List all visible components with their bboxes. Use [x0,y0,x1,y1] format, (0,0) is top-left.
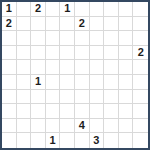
empty-cell-r8c9[interactable] [133,119,148,134]
empty-cell-r9c7[interactable] [104,133,119,148]
empty-cell-r6c2[interactable] [31,90,46,105]
empty-cell-r4c2[interactable] [31,60,46,75]
empty-cell-r2c9[interactable] [133,31,148,46]
empty-cell-r8c2[interactable] [31,119,46,134]
empty-cell-r7c6[interactable] [90,104,105,119]
empty-cell-r5c9[interactable] [133,75,148,90]
empty-cell-r3c8[interactable] [119,46,134,61]
clue-cell-r3c9: 2 [133,46,148,61]
empty-cell-r2c8[interactable] [119,31,134,46]
clue-cell-r8c5: 4 [75,119,90,134]
empty-cell-r5c0[interactable] [2,75,17,90]
empty-cell-r8c7[interactable] [104,119,119,134]
empty-cell-r8c0[interactable] [2,119,17,134]
empty-cell-r2c1[interactable] [17,31,32,46]
empty-cell-r7c5[interactable] [75,104,90,119]
empty-cell-r7c1[interactable] [17,104,32,119]
empty-cell-r2c4[interactable] [60,31,75,46]
empty-cell-r2c2[interactable] [31,31,46,46]
empty-cell-r5c6[interactable] [90,75,105,90]
empty-cell-r6c3[interactable] [46,90,61,105]
empty-cell-r4c1[interactable] [17,60,32,75]
empty-cell-r9c0[interactable] [2,133,17,148]
clue-cell-r9c3: 1 [46,133,61,148]
empty-cell-r5c1[interactable] [17,75,32,90]
empty-cell-r6c4[interactable] [60,90,75,105]
empty-cell-r7c4[interactable] [60,104,75,119]
empty-cell-r5c3[interactable] [46,75,61,90]
empty-cell-r3c0[interactable] [2,46,17,61]
empty-cell-r5c7[interactable] [104,75,119,90]
empty-cell-r4c8[interactable] [119,60,134,75]
empty-cell-r5c5[interactable] [75,75,90,90]
empty-cell-r6c5[interactable] [75,90,90,105]
empty-cell-r9c2[interactable] [31,133,46,148]
empty-cell-r1c3[interactable] [46,17,61,32]
empty-cell-r0c9[interactable] [133,2,148,17]
empty-cell-r1c2[interactable] [31,17,46,32]
clue-cell-r5c2: 1 [31,75,46,90]
clue-cell-r9c6: 3 [90,133,105,148]
empty-cell-r6c1[interactable] [17,90,32,105]
clue-cell-r0c0: 1 [2,2,17,17]
empty-cell-r0c7[interactable] [104,2,119,17]
empty-cell-r9c8[interactable] [119,133,134,148]
empty-cell-r2c6[interactable] [90,31,105,46]
empty-cell-r0c8[interactable] [119,2,134,17]
puzzle-board: 1212221413 [0,0,150,150]
empty-cell-r9c1[interactable] [17,133,32,148]
empty-cell-r3c3[interactable] [46,46,61,61]
empty-cell-r8c6[interactable] [90,119,105,134]
empty-cell-r3c1[interactable] [17,46,32,61]
empty-cell-r6c0[interactable] [2,90,17,105]
empty-cell-r5c8[interactable] [119,75,134,90]
clue-cell-r1c0: 2 [2,17,17,32]
empty-cell-r6c9[interactable] [133,90,148,105]
empty-cell-r0c5[interactable] [75,2,90,17]
empty-cell-r2c7[interactable] [104,31,119,46]
empty-cell-r3c6[interactable] [90,46,105,61]
empty-cell-r6c7[interactable] [104,90,119,105]
empty-cell-r4c4[interactable] [60,60,75,75]
empty-cell-r1c4[interactable] [60,17,75,32]
empty-cell-r2c5[interactable] [75,31,90,46]
empty-cell-r7c0[interactable] [2,104,17,119]
empty-cell-r0c6[interactable] [90,2,105,17]
empty-cell-r0c1[interactable] [17,2,32,17]
empty-cell-r4c3[interactable] [46,60,61,75]
empty-cell-r3c2[interactable] [31,46,46,61]
clue-cell-r0c4: 1 [60,2,75,17]
empty-cell-r7c7[interactable] [104,104,119,119]
empty-cell-r1c9[interactable] [133,17,148,32]
empty-cell-r2c0[interactable] [2,31,17,46]
empty-cell-r2c3[interactable] [46,31,61,46]
empty-cell-r7c8[interactable] [119,104,134,119]
empty-cell-r4c6[interactable] [90,60,105,75]
empty-cell-r9c4[interactable] [60,133,75,148]
empty-cell-r7c3[interactable] [46,104,61,119]
empty-cell-r3c7[interactable] [104,46,119,61]
empty-cell-r9c9[interactable] [133,133,148,148]
empty-cell-r8c3[interactable] [46,119,61,134]
empty-cell-r8c1[interactable] [17,119,32,134]
empty-cell-r8c8[interactable] [119,119,134,134]
clue-cell-r0c2: 2 [31,2,46,17]
empty-cell-r1c1[interactable] [17,17,32,32]
empty-cell-r1c6[interactable] [90,17,105,32]
empty-cell-r4c7[interactable] [104,60,119,75]
empty-cell-r5c4[interactable] [60,75,75,90]
empty-cell-r9c5[interactable] [75,133,90,148]
empty-cell-r0c3[interactable] [46,2,61,17]
empty-cell-r4c9[interactable] [133,60,148,75]
empty-cell-r6c8[interactable] [119,90,134,105]
clue-cell-r1c5: 2 [75,17,90,32]
empty-cell-r4c5[interactable] [75,60,90,75]
empty-cell-r8c4[interactable] [60,119,75,134]
empty-cell-r3c5[interactable] [75,46,90,61]
empty-cell-r4c0[interactable] [2,60,17,75]
empty-cell-r3c4[interactable] [60,46,75,61]
empty-cell-r6c6[interactable] [90,90,105,105]
empty-cell-r7c9[interactable] [133,104,148,119]
empty-cell-r1c8[interactable] [119,17,134,32]
empty-cell-r7c2[interactable] [31,104,46,119]
empty-cell-r1c7[interactable] [104,17,119,32]
